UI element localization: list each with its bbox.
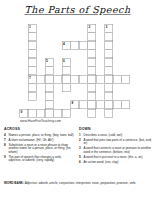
crossword-cell[interactable]: [54, 109, 63, 118]
crossword-cell[interactable]: 3: [105, 24, 114, 33]
crossword-cell[interactable]: [37, 75, 46, 84]
word-bank-words: Adjective, adverb, article, conjunction,…: [25, 181, 136, 184]
crossword-cell[interactable]: 8: [71, 101, 80, 110]
clue-item: 2A word that joins two parts of a senten…: [79, 138, 153, 145]
crossword-cell[interactable]: [105, 84, 114, 93]
crossword-cell[interactable]: [62, 75, 71, 84]
crossword-cell[interactable]: 1: [28, 24, 37, 33]
word-bank-label: WORD BANK:: [4, 181, 24, 184]
crossword-cell[interactable]: [96, 101, 105, 110]
crossword-cell[interactable]: [28, 50, 37, 59]
down-clue-list: 1Describes a noun. (cold, wet)2A word th…: [79, 133, 153, 164]
crossword-cell[interactable]: [88, 84, 97, 93]
down-section: DOWN 1Describes a noun. (cold, wet)2A wo…: [79, 127, 153, 165]
crossword-cell[interactable]: [88, 67, 97, 76]
crossword-cell[interactable]: 9: [20, 109, 29, 118]
crossword-cell[interactable]: [105, 109, 114, 118]
crossword-cell[interactable]: [71, 75, 80, 84]
crossword-cell[interactable]: 6: [62, 58, 71, 67]
clue-item: 3A word that connects a noun or pronoun …: [79, 147, 153, 154]
crossword-grid: 123456789: [20, 24, 131, 118]
crossword-cell[interactable]: 2: [88, 24, 97, 33]
crossword-cell[interactable]: [28, 41, 37, 50]
crossword-cell[interactable]: [62, 67, 71, 76]
crossword-cell[interactable]: [88, 33, 97, 42]
worksheet-title: The Parts of Speech: [0, 4, 155, 15]
crossword-cell[interactable]: [88, 101, 97, 110]
crossword-cell[interactable]: [105, 92, 114, 101]
footer-url: www.HaveFunTeaching.com: [20, 119, 61, 123]
clue-text: A word that connects a noun or pronoun t…: [84, 147, 153, 154]
crossword-cell[interactable]: [62, 109, 71, 118]
clue-item: 1Describes a noun. (cold, wet): [79, 133, 153, 137]
crossword-cell[interactable]: [62, 84, 71, 93]
cell-number: 9: [21, 110, 23, 114]
crossword-cell[interactable]: [88, 41, 97, 50]
clue-text: An action word. (run, clap): [84, 160, 153, 164]
crossword-cell[interactable]: [71, 41, 80, 50]
crossword-cell[interactable]: [28, 84, 37, 93]
clue-item: 5A word that is put next to a noun. (the…: [79, 155, 153, 159]
crossword-cell[interactable]: [105, 50, 114, 59]
cell-number: 7: [29, 76, 31, 80]
crossword-cell[interactable]: [79, 75, 88, 84]
clue-text: A word that is put next to a noun. (the,…: [84, 155, 153, 159]
crossword-cell[interactable]: 5: [45, 58, 54, 67]
crossword-cell[interactable]: [88, 50, 97, 59]
crossword-cell[interactable]: [54, 75, 63, 84]
clue-item: 6An action word. (run, clap): [79, 160, 153, 164]
cell-number: 3: [106, 25, 108, 29]
across-header: ACROSS: [4, 127, 75, 131]
crossword-cell[interactable]: [105, 101, 114, 110]
cell-number: 2: [89, 25, 91, 29]
crossword-cell[interactable]: [88, 58, 97, 67]
crossword-cell[interactable]: [37, 109, 46, 118]
cell-number: 5: [46, 59, 48, 63]
clue-item: 9The part of speech that changes a verb,…: [4, 155, 75, 162]
crossword-cell[interactable]: [105, 67, 114, 76]
crossword-cell[interactable]: [122, 101, 131, 110]
crossword-cell[interactable]: [88, 109, 97, 118]
crossword-cell[interactable]: 7: [28, 75, 37, 84]
word-bank: WORD BANK: Adjective, adverb, article, c…: [4, 181, 153, 185]
crossword-cell[interactable]: [105, 58, 114, 67]
crossword-cell[interactable]: [45, 75, 54, 84]
crossword-cell[interactable]: [122, 75, 131, 84]
crossword-cell[interactable]: [28, 67, 37, 76]
crossword-cell[interactable]: [45, 92, 54, 101]
crossword-cell[interactable]: [45, 109, 54, 118]
clue-text: The part of speech that changes a verb, …: [9, 155, 76, 162]
clue-text: A short exclamation. (Hi!, Uh, Ah!): [9, 138, 76, 142]
cell-number: 4: [63, 42, 65, 46]
across-clue-list: 4Names a person, place, or thing. (boy, …: [4, 133, 75, 162]
crossword-cell[interactable]: [28, 33, 37, 42]
crossword-cell[interactable]: [79, 41, 88, 50]
down-header: DOWN: [79, 127, 153, 131]
crossword-cell[interactable]: [105, 41, 114, 50]
crossword-cell[interactable]: [105, 75, 114, 84]
clue-text: Substitutes a noun or a noun phrase to s…: [9, 143, 76, 154]
worksheet-page: The Parts of Speech 123456789 www.HaveFu…: [0, 0, 155, 200]
crossword-cell[interactable]: [45, 101, 54, 110]
crossword-cell[interactable]: [105, 33, 114, 42]
crossword-cell[interactable]: [28, 58, 37, 67]
cell-number: 1: [29, 25, 31, 29]
crossword-cell[interactable]: [28, 109, 37, 118]
clue-text: Names a person, place, or thing. (boy, t…: [9, 133, 76, 137]
clue-item: 7A short exclamation. (Hi!, Uh, Ah!): [4, 138, 75, 142]
crossword-cell[interactable]: [88, 75, 97, 84]
crossword-cell[interactable]: [113, 75, 122, 84]
crossword-cell[interactable]: [88, 92, 97, 101]
crossword-cell[interactable]: [45, 84, 54, 93]
crossword-cell[interactable]: 4: [62, 41, 71, 50]
across-section: ACROSS 4Names a person, place, or thing.…: [4, 127, 75, 164]
clue-text: Describes a noun. (cold, wet): [84, 133, 153, 137]
crossword-cell[interactable]: [45, 67, 54, 76]
crossword-cell[interactable]: [79, 101, 88, 110]
crossword-cell[interactable]: [28, 92, 37, 101]
crossword-cell[interactable]: [96, 75, 105, 84]
clue-item: 8Substitutes a noun or a noun phrase to …: [4, 143, 75, 154]
crossword-cell[interactable]: [113, 101, 122, 110]
cell-number: 8: [72, 101, 74, 105]
clue-text: A word that joins two parts of a sentenc…: [84, 138, 153, 145]
cell-number: 6: [63, 59, 65, 63]
clue-item: 4Names a person, place, or thing. (boy, …: [4, 133, 75, 137]
